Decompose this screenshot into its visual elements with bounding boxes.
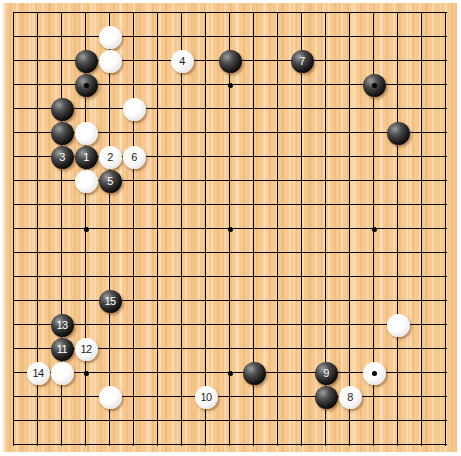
black-stone[interactable] <box>219 50 242 73</box>
black-stone-move-7[interactable]: 7 <box>291 50 314 73</box>
move-number: 15 <box>104 296 115 307</box>
white-stone-move-4[interactable]: 4 <box>171 50 194 73</box>
white-stone[interactable] <box>387 314 410 337</box>
white-stone-move-6[interactable]: 6 <box>123 146 146 169</box>
move-number: 8 <box>347 392 353 403</box>
star-point <box>84 371 89 376</box>
star-point <box>84 83 89 88</box>
black-stone-move-15[interactable]: 15 <box>99 290 122 313</box>
white-stone[interactable] <box>51 362 74 385</box>
black-stone-move-1[interactable]: 1 <box>75 146 98 169</box>
white-stone-move-12[interactable]: 12 <box>75 338 98 361</box>
black-stone[interactable] <box>75 50 98 73</box>
black-stone-move-5[interactable]: 5 <box>99 170 122 193</box>
black-stone[interactable] <box>315 386 338 409</box>
white-stone[interactable] <box>99 386 122 409</box>
move-number: 3 <box>59 152 65 163</box>
go-diagram-page: 473126515131112149108 <box>0 0 461 456</box>
go-board[interactable]: 473126515131112149108 <box>3 3 457 452</box>
move-number: 4 <box>179 56 185 67</box>
white-stone-move-10[interactable]: 10 <box>195 386 218 409</box>
star-point <box>228 83 233 88</box>
black-stone[interactable] <box>387 122 410 145</box>
move-number: 6 <box>131 152 137 163</box>
move-number: 9 <box>323 368 329 379</box>
white-stone[interactable] <box>75 122 98 145</box>
move-number: 10 <box>200 392 211 403</box>
move-number: 2 <box>107 152 113 163</box>
move-number: 7 <box>299 56 305 67</box>
black-stone[interactable] <box>51 122 74 145</box>
black-stone[interactable] <box>51 98 74 121</box>
white-stone[interactable] <box>99 50 122 73</box>
white-stone[interactable] <box>75 170 98 193</box>
white-stone-move-8[interactable]: 8 <box>339 386 362 409</box>
star-point <box>84 227 89 232</box>
black-stone-move-11[interactable]: 11 <box>51 338 74 361</box>
black-stone-move-3[interactable]: 3 <box>51 146 74 169</box>
move-number: 1 <box>83 152 89 163</box>
star-point <box>228 371 233 376</box>
white-stone[interactable] <box>99 26 122 49</box>
move-number: 14 <box>32 368 43 379</box>
move-number: 12 <box>80 344 91 355</box>
black-stone[interactable] <box>243 362 266 385</box>
star-point <box>372 371 377 376</box>
star-point <box>372 227 377 232</box>
black-stone-move-9[interactable]: 9 <box>315 362 338 385</box>
move-number: 11 <box>57 344 67 355</box>
star-point <box>372 83 377 88</box>
move-number: 13 <box>56 320 67 331</box>
black-stone-move-13[interactable]: 13 <box>51 314 74 337</box>
white-stone-move-14[interactable]: 14 <box>27 362 50 385</box>
white-stone[interactable] <box>123 98 146 121</box>
star-point <box>228 227 233 232</box>
move-number: 5 <box>107 176 113 187</box>
white-stone-move-2[interactable]: 2 <box>99 146 122 169</box>
